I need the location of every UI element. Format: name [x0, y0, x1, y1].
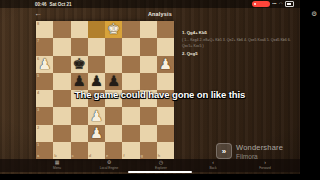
coordinate-file-f: f	[123, 154, 124, 158]
square-c2[interactable]	[71, 125, 88, 142]
coordinate-file-g: g	[141, 154, 143, 158]
back-icon: ‹	[212, 160, 214, 166]
square-e8[interactable]: ♚	[105, 21, 122, 38]
filmora-logo-icon: »	[216, 143, 232, 159]
square-g8[interactable]	[140, 21, 157, 38]
toolbar-menu[interactable]: ▦Menu	[36, 159, 78, 172]
square-d7[interactable]	[88, 38, 105, 55]
piece-wP-d2[interactable]: ♟	[90, 125, 103, 140]
square-c5[interactable]: ♟	[71, 73, 88, 90]
video-caption: The game could have gone on like this	[0, 89, 320, 100]
square-b2[interactable]	[53, 125, 70, 142]
piece-bP-d5[interactable]: ♟	[90, 74, 103, 89]
square-c7[interactable]	[71, 38, 88, 55]
engine-icon: ⚙	[107, 160, 111, 166]
square-e5[interactable]: ♟	[105, 73, 122, 90]
analysis-line-2[interactable]: ( 1... Kxg4 2. e8=Q+ Kb5 3. Qe2+ Kb6 4. …	[182, 38, 296, 49]
square-e6[interactable]	[105, 56, 122, 73]
square-h2[interactable]	[157, 125, 174, 142]
recording-dot-icon	[254, 3, 257, 6]
square-a3[interactable]: 3	[36, 107, 53, 124]
page-title: Analysis	[0, 8, 320, 20]
square-h8[interactable]	[157, 21, 174, 38]
explorer-icon: ◷	[159, 160, 163, 166]
square-a7[interactable]: 7	[36, 38, 53, 55]
square-c6[interactable]: ♚	[71, 56, 88, 73]
square-g1[interactable]: g	[140, 142, 157, 159]
square-h6[interactable]: ♟	[157, 56, 174, 73]
square-h3[interactable]	[157, 107, 174, 124]
analysis-line-1[interactable]: 1. Qg4+ Kb5	[182, 30, 296, 36]
square-a1[interactable]: 1a	[36, 142, 53, 159]
square-g3[interactable]	[140, 107, 157, 124]
analysis-move-list: 1. Qg4+ Kb5( 1... Kxg4 2. e8=Q+ Kb5 3. Q…	[182, 30, 296, 60]
coordinate-file-e: e	[106, 154, 108, 158]
coordinate-file-c: c	[72, 154, 74, 158]
toolbar-label: Forward	[259, 166, 271, 170]
status-date: Sat Oct 21	[50, 2, 72, 7]
square-d6[interactable]	[88, 56, 105, 73]
forward-icon: ›	[264, 160, 266, 166]
status-time-date: 00:46 Sat Oct 21	[35, 2, 72, 7]
square-b6[interactable]	[53, 56, 70, 73]
piece-wP-a6[interactable]: ♟	[38, 56, 51, 71]
analysis-line-3[interactable]: 2. Qxg5	[182, 51, 296, 57]
square-b3[interactable]	[53, 107, 70, 124]
square-h5[interactable]	[157, 73, 174, 90]
cellular-icon: •••	[272, 2, 276, 6]
square-e7[interactable]	[105, 38, 122, 55]
watermark-brand: Wondershare	[236, 143, 283, 152]
square-b8[interactable]	[53, 21, 70, 38]
square-f8[interactable]	[122, 21, 139, 38]
square-f5[interactable]	[122, 73, 139, 90]
square-a5[interactable]: 5	[36, 73, 53, 90]
square-c3[interactable]	[71, 107, 88, 124]
coordinate-rank-5: 5	[37, 74, 39, 78]
toolbar-forward[interactable]: ›Forward	[244, 159, 286, 172]
coordinate-rank-8: 8	[37, 22, 39, 26]
square-d5[interactable]: ♟	[88, 73, 105, 90]
square-b7[interactable]	[53, 38, 70, 55]
coordinate-file-h: h	[158, 154, 160, 158]
piece-bP-e5[interactable]: ♟	[107, 74, 120, 89]
gear-icon[interactable]: ⚙	[311, 8, 317, 20]
square-d1[interactable]: d	[88, 142, 105, 159]
square-d3[interactable]: ♟	[88, 107, 105, 124]
status-time: 00:46	[35, 2, 47, 7]
toolbar-label: Menu	[53, 166, 61, 170]
coordinate-file-d: d	[89, 154, 91, 158]
recording-indicator[interactable]	[252, 1, 270, 7]
coordinate-file-a: a	[37, 154, 39, 158]
coordinate-rank-3: 3	[37, 108, 39, 112]
screen: 00:46 Sat Oct 21 ••• ◠ ← Analysis ⚙ 8♚76…	[0, 0, 320, 180]
coordinate-rank-7: 7	[37, 39, 39, 43]
toolbar-back[interactable]: ‹Back	[192, 159, 234, 172]
toolbar-local-engine[interactable]: ⚙Local Engine	[88, 159, 130, 172]
square-c1[interactable]: c	[71, 142, 88, 159]
square-e1[interactable]: e	[105, 142, 122, 159]
square-f3[interactable]	[122, 107, 139, 124]
app-header: ← Analysis ⚙	[0, 8, 320, 20]
square-h1[interactable]: h	[157, 142, 174, 159]
square-f1[interactable]: f	[122, 142, 139, 159]
piece-bK-c6[interactable]: ♚	[73, 56, 86, 71]
wifi-icon: ◠	[279, 2, 283, 6]
filmora-watermark: » Wondershare Filmora	[216, 143, 283, 160]
menu-icon: ▦	[55, 160, 60, 166]
square-h7[interactable]	[157, 38, 174, 55]
battery-icon	[285, 1, 294, 7]
square-g5[interactable]	[140, 73, 157, 90]
square-f6[interactable]	[122, 56, 139, 73]
square-b1[interactable]: b	[53, 142, 70, 159]
square-e2[interactable]	[105, 125, 122, 142]
square-g6[interactable]	[140, 56, 157, 73]
square-e3[interactable]	[105, 107, 122, 124]
status-bar: 00:46 Sat Oct 21 ••• ◠	[0, 0, 320, 8]
square-f2[interactable]	[122, 125, 139, 142]
toolbar-label: Explorer	[155, 166, 167, 170]
square-a2[interactable]: 2	[36, 125, 53, 142]
toolbar-label: Local Engine	[100, 166, 118, 170]
square-a8[interactable]: 8	[36, 21, 53, 38]
piece-wK-e8[interactable]: ♚	[107, 22, 120, 37]
toolbar-label: Back	[209, 166, 216, 170]
piece-wP-h6[interactable]: ♟	[159, 56, 172, 71]
square-a6[interactable]: 6♟	[36, 56, 53, 73]
square-g2[interactable]	[140, 125, 157, 142]
square-f7[interactable]	[122, 38, 139, 55]
watermark-product: Filmora	[236, 153, 283, 160]
square-b5[interactable]	[53, 73, 70, 90]
coordinate-rank-2: 2	[37, 126, 39, 130]
piece-wP-d3[interactable]: ♟	[90, 108, 103, 123]
square-g7[interactable]	[140, 38, 157, 55]
coordinate-file-b: b	[54, 154, 56, 158]
coordinate-rank-1: 1	[37, 143, 39, 147]
square-c8[interactable]	[71, 21, 88, 38]
status-icons: ••• ◠	[252, 1, 294, 7]
square-d2[interactable]: ♟	[88, 125, 105, 142]
square-d8[interactable]	[88, 21, 105, 38]
piece-bP-c5[interactable]: ♟	[73, 74, 86, 89]
